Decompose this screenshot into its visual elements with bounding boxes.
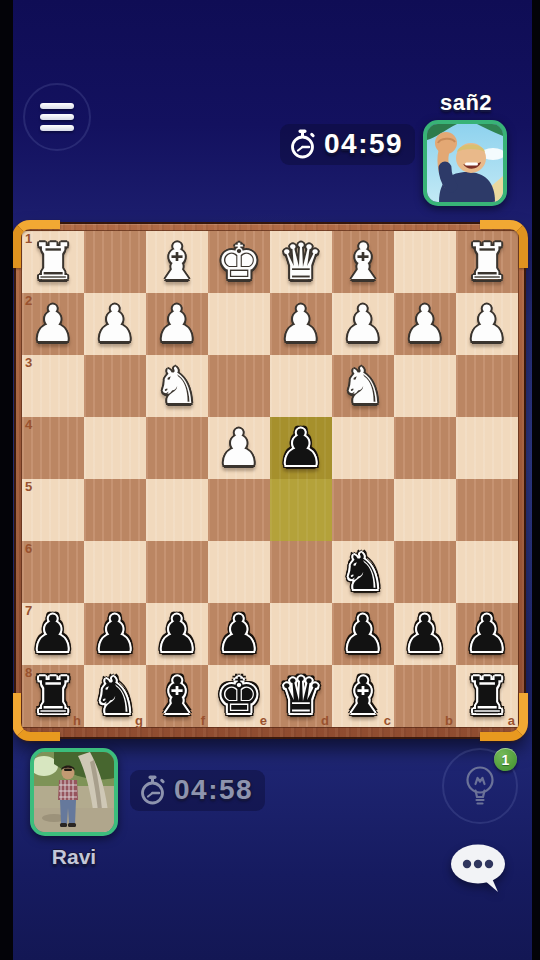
rank-label: 4	[25, 417, 32, 432]
menu-button[interactable]	[36, 96, 78, 138]
file-label: b	[445, 713, 453, 728]
square-e6[interactable]	[208, 541, 270, 603]
square-a5[interactable]	[456, 479, 518, 541]
black-rook[interactable]: ♜	[22, 665, 84, 727]
square-b2[interactable]: ♟	[394, 293, 456, 355]
hint-badge: 1	[494, 748, 517, 771]
white-pawn[interactable]: ♟	[22, 293, 84, 355]
black-pawn[interactable]: ♟	[332, 603, 394, 665]
square-c4[interactable]	[332, 417, 394, 479]
square-d4[interactable]: ♟	[270, 417, 332, 479]
square-f6[interactable]	[146, 541, 208, 603]
black-bishop[interactable]: ♝	[146, 665, 208, 727]
white-pawn[interactable]: ♟	[270, 293, 332, 355]
square-f2[interactable]: ♟	[146, 293, 208, 355]
square-e3[interactable]	[208, 355, 270, 417]
square-g7[interactable]: ♟	[84, 603, 146, 665]
opponent-time-value: 04:59	[324, 128, 403, 160]
white-pawn[interactable]: ♟	[146, 293, 208, 355]
opponent-avatar[interactable]	[423, 120, 507, 206]
square-d5[interactable]	[270, 479, 332, 541]
square-d6[interactable]	[270, 541, 332, 603]
rank-label: 5	[25, 479, 32, 494]
chat-bubble-icon	[448, 842, 510, 896]
square-d3[interactable]	[270, 355, 332, 417]
rank-label: 3	[25, 355, 32, 370]
square-e2[interactable]	[208, 293, 270, 355]
square-a7[interactable]: ♟	[456, 603, 518, 665]
chat-button[interactable]	[448, 842, 510, 896]
square-g5[interactable]	[84, 479, 146, 541]
white-pawn[interactable]: ♟	[456, 293, 518, 355]
square-b7[interactable]: ♟	[394, 603, 456, 665]
black-pawn[interactable]: ♟	[84, 603, 146, 665]
square-a2[interactable]: ♟	[456, 293, 518, 355]
square-c8[interactable]: c♝	[332, 665, 394, 727]
black-pawn[interactable]: ♟	[456, 603, 518, 665]
square-e1[interactable]: ♚	[208, 231, 270, 293]
square-e4[interactable]: ♟	[208, 417, 270, 479]
board-squares: 1♜♝♚♛♝♜2♟♟♟♟♟♟♟3♞♞4♟♟56♞7♟♟♟♟♟♟♟8h♜g♞f♝e…	[22, 231, 518, 727]
black-king[interactable]: ♚	[208, 665, 270, 727]
square-d2[interactable]: ♟	[270, 293, 332, 355]
player-name: Ravi	[32, 845, 116, 869]
square-g8[interactable]: g♞	[84, 665, 146, 727]
square-g2[interactable]: ♟	[84, 293, 146, 355]
square-b1[interactable]	[394, 231, 456, 293]
square-g1[interactable]	[84, 231, 146, 293]
square-g3[interactable]	[84, 355, 146, 417]
square-d1[interactable]: ♛	[270, 231, 332, 293]
player-time-value: 04:58	[174, 774, 253, 806]
white-pawn[interactable]: ♟	[332, 293, 394, 355]
white-knight[interactable]: ♞	[332, 355, 394, 417]
opponent-name: sañ2	[423, 90, 509, 116]
lightbulb-icon	[459, 763, 501, 809]
white-knight[interactable]: ♞	[146, 355, 208, 417]
square-f5[interactable]	[146, 479, 208, 541]
white-pawn[interactable]: ♟	[394, 293, 456, 355]
black-pawn[interactable]: ♟	[394, 603, 456, 665]
player-avatar-image	[34, 752, 114, 832]
white-rook[interactable]: ♜	[22, 231, 84, 293]
square-c7[interactable]: ♟	[332, 603, 394, 665]
hint-badge-count: 1	[502, 752, 510, 768]
square-g4[interactable]	[84, 417, 146, 479]
square-f4[interactable]	[146, 417, 208, 479]
square-b8[interactable]: b	[394, 665, 456, 727]
black-rook[interactable]: ♜	[456, 665, 518, 727]
stopwatch-icon	[289, 129, 316, 159]
player-avatar[interactable]	[30, 748, 118, 836]
square-h2[interactable]: 2♟	[22, 293, 84, 355]
square-e5[interactable]	[208, 479, 270, 541]
chess-board: 1♜♝♚♛♝♜2♟♟♟♟♟♟♟3♞♞4♟♟56♞7♟♟♟♟♟♟♟8h♜g♞f♝e…	[14, 222, 526, 739]
white-pawn[interactable]: ♟	[208, 417, 270, 479]
opponent-avatar-image	[427, 124, 503, 202]
square-b5[interactable]	[394, 479, 456, 541]
square-c5[interactable]	[332, 479, 394, 541]
square-f8[interactable]: f♝	[146, 665, 208, 727]
square-a4[interactable]	[456, 417, 518, 479]
square-f3[interactable]: ♞	[146, 355, 208, 417]
square-h8[interactable]: 8h♜	[22, 665, 84, 727]
stopwatch-icon	[139, 775, 166, 805]
black-bishop[interactable]: ♝	[332, 665, 394, 727]
square-b4[interactable]	[394, 417, 456, 479]
square-b6[interactable]	[394, 541, 456, 603]
square-h6[interactable]: 6	[22, 541, 84, 603]
white-pawn[interactable]: ♟	[84, 293, 146, 355]
square-c3[interactable]: ♞	[332, 355, 394, 417]
rank-label: 6	[25, 541, 32, 556]
black-pawn[interactable]: ♟	[22, 603, 84, 665]
square-h3[interactable]: 3	[22, 355, 84, 417]
square-h5[interactable]: 5	[22, 479, 84, 541]
white-bishop[interactable]: ♝	[332, 231, 394, 293]
square-d7[interactable]	[270, 603, 332, 665]
square-h7[interactable]: 7♟	[22, 603, 84, 665]
square-h4[interactable]: 4	[22, 417, 84, 479]
black-queen[interactable]: ♛	[270, 665, 332, 727]
square-e8[interactable]: e♚	[208, 665, 270, 727]
white-queen[interactable]: ♛	[270, 231, 332, 293]
square-f1[interactable]: ♝	[146, 231, 208, 293]
game-screen: sañ2	[0, 0, 540, 960]
black-knight[interactable]: ♞	[332, 541, 394, 603]
white-rook[interactable]: ♜	[456, 231, 518, 293]
player-timer: 04:58	[130, 770, 265, 811]
square-a3[interactable]	[456, 355, 518, 417]
square-g6[interactable]	[84, 541, 146, 603]
white-bishop[interactable]: ♝	[146, 231, 208, 293]
opponent-timer: 04:59	[280, 124, 415, 165]
square-e7[interactable]: ♟	[208, 603, 270, 665]
hint-button[interactable]: 1	[442, 748, 518, 824]
left-letterbox-bar	[0, 0, 13, 960]
right-letterbox-bar	[532, 0, 540, 960]
square-a6[interactable]	[456, 541, 518, 603]
square-a1[interactable]: ♜	[456, 231, 518, 293]
square-c6[interactable]: ♞	[332, 541, 394, 603]
square-a8[interactable]: a♜	[456, 665, 518, 727]
square-b3[interactable]	[394, 355, 456, 417]
square-h1[interactable]: 1♜	[22, 231, 84, 293]
white-king[interactable]: ♚	[208, 231, 270, 293]
square-c1[interactable]: ♝	[332, 231, 394, 293]
black-knight[interactable]: ♞	[84, 665, 146, 727]
black-pawn[interactable]: ♟	[146, 603, 208, 665]
square-c2[interactable]: ♟	[332, 293, 394, 355]
black-pawn[interactable]: ♟	[270, 417, 332, 479]
square-f7[interactable]: ♟	[146, 603, 208, 665]
black-pawn[interactable]: ♟	[208, 603, 270, 665]
square-d8[interactable]: d♛	[270, 665, 332, 727]
